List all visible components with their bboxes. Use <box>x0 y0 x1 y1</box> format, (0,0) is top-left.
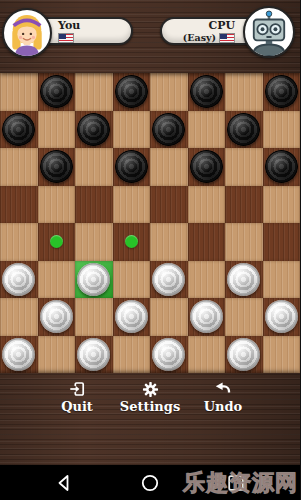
undo-button[interactable]: Undo <box>191 380 255 414</box>
square-a7[interactable] <box>0 111 38 149</box>
quit-label: Quit <box>61 399 93 414</box>
square-d8[interactable] <box>113 73 151 111</box>
square-f6[interactable] <box>188 148 226 186</box>
black-piece[interactable] <box>2 113 35 146</box>
square-b7 <box>38 111 76 149</box>
selected-square[interactable] <box>75 261 113 299</box>
square-d5 <box>113 186 151 224</box>
square-f2[interactable] <box>188 298 226 336</box>
square-g7[interactable] <box>225 111 263 149</box>
girl-avatar-icon <box>4 10 50 56</box>
move-hint-dot[interactable] <box>50 235 63 248</box>
square-a4 <box>0 223 38 261</box>
white-piece[interactable] <box>115 300 148 333</box>
square-h4[interactable] <box>263 223 301 261</box>
player-you-name: You <box>58 20 80 32</box>
square-h7 <box>263 111 301 149</box>
white-piece[interactable] <box>2 338 35 371</box>
black-piece[interactable] <box>40 150 73 183</box>
undo-label: Undo <box>204 399 243 414</box>
square-g4 <box>225 223 263 261</box>
square-g8 <box>225 73 263 111</box>
home-icon[interactable] <box>140 473 160 493</box>
square-c2 <box>75 298 113 336</box>
back-icon[interactable] <box>55 473 75 493</box>
square-c1[interactable] <box>75 336 113 374</box>
white-piece[interactable] <box>2 263 35 296</box>
black-piece[interactable] <box>115 150 148 183</box>
cpu-avatar <box>243 6 295 58</box>
square-h8[interactable] <box>263 73 301 111</box>
black-piece[interactable] <box>190 75 223 108</box>
square-g2 <box>225 298 263 336</box>
gear-icon <box>142 380 159 398</box>
white-piece[interactable] <box>265 300 298 333</box>
white-piece[interactable] <box>227 338 260 371</box>
square-f8[interactable] <box>188 73 226 111</box>
white-piece[interactable] <box>77 263 110 296</box>
square-f5 <box>188 186 226 224</box>
player-cpu-name: CPU <box>208 20 235 32</box>
square-g6 <box>225 148 263 186</box>
square-h1 <box>263 336 301 374</box>
square-b1 <box>38 336 76 374</box>
square-d2[interactable] <box>113 298 151 336</box>
square-a5[interactable] <box>0 186 38 224</box>
black-piece[interactable] <box>227 113 260 146</box>
square-e4 <box>150 223 188 261</box>
white-piece[interactable] <box>40 300 73 333</box>
black-piece[interactable] <box>190 150 223 183</box>
square-b8[interactable] <box>38 73 76 111</box>
square-g1[interactable] <box>225 336 263 374</box>
square-h5 <box>263 186 301 224</box>
square-b6[interactable] <box>38 148 76 186</box>
undo-arrow-icon <box>214 380 232 398</box>
square-c8 <box>75 73 113 111</box>
square-c5[interactable] <box>75 186 113 224</box>
square-g3[interactable] <box>225 261 263 299</box>
black-piece[interactable] <box>77 113 110 146</box>
square-d4[interactable] <box>113 223 151 261</box>
square-g5[interactable] <box>225 186 263 224</box>
square-c6 <box>75 148 113 186</box>
square-f7 <box>188 111 226 149</box>
square-a3[interactable] <box>0 261 38 299</box>
white-piece[interactable] <box>152 263 185 296</box>
robot-avatar-icon <box>245 8 293 56</box>
square-e2 <box>150 298 188 336</box>
you-avatar <box>2 8 52 58</box>
white-piece[interactable] <box>77 338 110 371</box>
us-flag-you-icon <box>58 33 74 43</box>
black-piece[interactable] <box>265 150 298 183</box>
black-piece[interactable] <box>115 75 148 108</box>
square-h6[interactable] <box>263 148 301 186</box>
control-buttons: Quit <box>0 373 300 414</box>
black-piece[interactable] <box>152 113 185 146</box>
square-b5 <box>38 186 76 224</box>
bottom-bar: Quit <box>0 373 300 465</box>
square-e1[interactable] <box>150 336 188 374</box>
board <box>0 73 300 373</box>
square-d7 <box>113 111 151 149</box>
square-h3 <box>263 261 301 299</box>
white-piece[interactable] <box>190 300 223 333</box>
settings-button[interactable]: Settings <box>118 380 182 414</box>
settings-label: Settings <box>120 399 180 414</box>
quit-button[interactable]: Quit <box>45 380 109 414</box>
square-f3 <box>188 261 226 299</box>
move-hint-dot[interactable] <box>125 235 138 248</box>
square-d3 <box>113 261 151 299</box>
square-c4 <box>75 223 113 261</box>
android-nav-bar: 乐趣资源网 <box>0 465 300 500</box>
black-piece[interactable] <box>265 75 298 108</box>
square-f4[interactable] <box>188 223 226 261</box>
square-e5[interactable] <box>150 186 188 224</box>
square-a8 <box>0 73 38 111</box>
watermark: 乐趣资源网 <box>183 468 298 498</box>
square-e3[interactable] <box>150 261 188 299</box>
square-a1[interactable] <box>0 336 38 374</box>
white-piece[interactable] <box>152 338 185 371</box>
exit-icon <box>68 380 86 398</box>
square-h2[interactable] <box>263 298 301 336</box>
checkers-app: You CPU (Easy) <box>0 0 300 500</box>
top-bar: You CPU (Easy) <box>0 0 300 73</box>
square-a2 <box>0 298 38 336</box>
square-e6 <box>150 148 188 186</box>
cpu-difficulty: (Easy) <box>183 32 216 43</box>
square-d1 <box>113 336 151 374</box>
square-b4[interactable] <box>38 223 76 261</box>
square-b2[interactable] <box>38 298 76 336</box>
square-c7[interactable] <box>75 111 113 149</box>
square-f1 <box>188 336 226 374</box>
square-e7[interactable] <box>150 111 188 149</box>
square-d6[interactable] <box>113 148 151 186</box>
square-b3 <box>38 261 76 299</box>
white-piece[interactable] <box>227 263 260 296</box>
square-a6 <box>0 148 38 186</box>
black-piece[interactable] <box>40 75 73 108</box>
us-flag-cpu-icon <box>219 33 235 43</box>
square-e8 <box>150 73 188 111</box>
